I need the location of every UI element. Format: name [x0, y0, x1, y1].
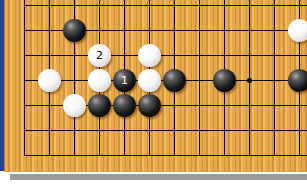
grid-hline	[24, 155, 307, 156]
grid-hline	[24, 5, 307, 6]
board-shadow	[10, 174, 307, 180]
stone-white[interactable]	[88, 69, 111, 92]
move-number-label: 1	[121, 75, 128, 86]
move-number-label: 2	[96, 50, 103, 61]
stone-white[interactable]	[288, 19, 307, 42]
grid-vline	[274, 0, 275, 156]
grid-vline	[24, 0, 25, 156]
go-board[interactable]: 21	[4, 0, 307, 172]
grid-vline	[199, 0, 200, 156]
grid-hline	[24, 55, 307, 56]
stone-black[interactable]	[63, 19, 86, 42]
stone-black[interactable]	[288, 69, 307, 92]
stone-black[interactable]	[88, 94, 111, 117]
star-point	[247, 78, 252, 83]
stone-white[interactable]	[138, 44, 161, 67]
stone-black[interactable]	[213, 69, 236, 92]
stone-white[interactable]	[63, 94, 86, 117]
stone-black[interactable]	[113, 94, 136, 117]
grid-hline	[24, 130, 307, 131]
go-app-viewport: 21	[0, 0, 307, 185]
stone-black[interactable]	[163, 69, 186, 92]
stone-white-move-2[interactable]: 2	[88, 44, 111, 67]
stone-black[interactable]	[138, 94, 161, 117]
stone-black-move-1[interactable]: 1	[113, 69, 136, 92]
stone-white[interactable]	[38, 69, 61, 92]
stone-white[interactable]	[138, 69, 161, 92]
